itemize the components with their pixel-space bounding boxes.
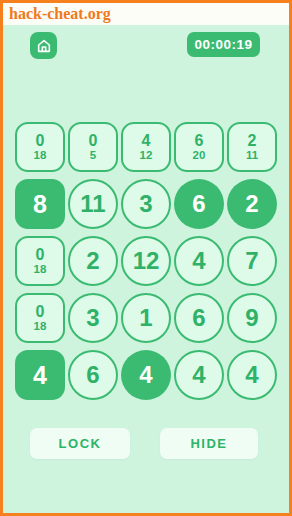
cell-value: 4 <box>33 363 47 388</box>
cell-value: 4 <box>139 363 152 387</box>
cell-value: 12 <box>133 249 160 273</box>
column-header-r0c2: 412 <box>121 122 171 172</box>
cell-value: 6 <box>192 306 205 330</box>
cell-value: 2 <box>245 192 258 216</box>
number-cell-r4c1[interactable]: 6 <box>68 350 118 400</box>
number-cell-r4c2[interactable]: 4 <box>121 350 171 400</box>
number-cell-r4c4[interactable]: 4 <box>227 350 277 400</box>
target-sum: 5 <box>90 149 96 162</box>
target-sum: 18 <box>34 320 47 333</box>
number-cell-r3c3[interactable]: 6 <box>174 293 224 343</box>
current-over-target: 018 <box>34 132 47 162</box>
target-sum: 11 <box>246 149 258 162</box>
cell-value: 3 <box>139 192 152 216</box>
cell-value: 6 <box>192 192 205 216</box>
number-cell-r2c3[interactable]: 4 <box>174 236 224 286</box>
target-sum: 18 <box>34 263 47 276</box>
cell-value: 4 <box>192 363 205 387</box>
current-over-target: 018 <box>34 246 47 276</box>
timer-badge: 00:00:19 <box>187 32 260 57</box>
current-over-target: 211 <box>246 132 258 162</box>
cell-value: 6 <box>86 363 99 387</box>
cell-value: 8 <box>33 192 47 217</box>
current-sum: 0 <box>36 303 45 321</box>
current-sum: 0 <box>36 246 45 264</box>
cell-value: 4 <box>192 249 205 273</box>
number-cell-r1c2[interactable]: 3 <box>121 179 171 229</box>
row-header-r2c0: 018 <box>15 236 65 286</box>
current-over-target: 018 <box>34 303 47 333</box>
home-button[interactable] <box>30 32 57 59</box>
current-over-target: 05 <box>89 132 98 162</box>
hide-button[interactable]: HIDE <box>160 428 258 459</box>
row-header-r4c0: 4 <box>15 350 65 400</box>
number-cell-r3c4[interactable]: 9 <box>227 293 277 343</box>
number-cell-r2c4[interactable]: 7 <box>227 236 277 286</box>
current-sum: 0 <box>89 132 98 150</box>
current-sum: 2 <box>248 132 257 150</box>
target-sum: 20 <box>193 149 206 162</box>
cell-value: 4 <box>245 363 258 387</box>
column-header-r0c3: 620 <box>174 122 224 172</box>
column-header-r0c4: 211 <box>227 122 277 172</box>
cell-value: 9 <box>245 306 258 330</box>
column-header-r0c1: 05 <box>68 122 118 172</box>
number-cell-r2c1[interactable]: 2 <box>68 236 118 286</box>
current-over-target: 412 <box>140 132 153 162</box>
number-cell-r1c1[interactable]: 11 <box>68 179 118 229</box>
cell-value: 2 <box>86 249 99 273</box>
home-icon <box>36 38 52 54</box>
cell-value: 1 <box>139 306 152 330</box>
target-sum: 18 <box>34 149 47 162</box>
number-cell-r3c1[interactable]: 3 <box>68 293 118 343</box>
row-header-r3c0: 018 <box>15 293 65 343</box>
current-sum: 0 <box>36 132 45 150</box>
target-sum: 12 <box>140 149 153 162</box>
app-screen: hack-cheat.org 00:00:19 0180541262021181… <box>0 0 292 516</box>
ad-banner[interactable]: hack-cheat.org <box>3 3 289 25</box>
cell-value: 7 <box>245 249 258 273</box>
ad-banner-text: hack-cheat.org <box>9 6 111 22</box>
row-header-r1c0: 8 <box>15 179 65 229</box>
number-cell-r2c2[interactable]: 12 <box>121 236 171 286</box>
current-over-target: 620 <box>193 132 206 162</box>
cell-value: 11 <box>80 192 105 216</box>
current-sum: 4 <box>142 132 151 150</box>
number-cell-r4c3[interactable]: 4 <box>174 350 224 400</box>
current-sum: 6 <box>195 132 204 150</box>
column-header-r0c0: 018 <box>15 122 65 172</box>
lock-button[interactable]: LOCK <box>30 428 130 459</box>
number-cell-r3c2[interactable]: 1 <box>121 293 171 343</box>
number-cell-r1c4[interactable]: 2 <box>227 179 277 229</box>
puzzle-grid: 0180541262021181136201821247018316946444 <box>15 122 277 400</box>
timer-value: 00:00:19 <box>194 37 252 52</box>
cell-value: 3 <box>86 306 99 330</box>
number-cell-r1c3[interactable]: 6 <box>174 179 224 229</box>
